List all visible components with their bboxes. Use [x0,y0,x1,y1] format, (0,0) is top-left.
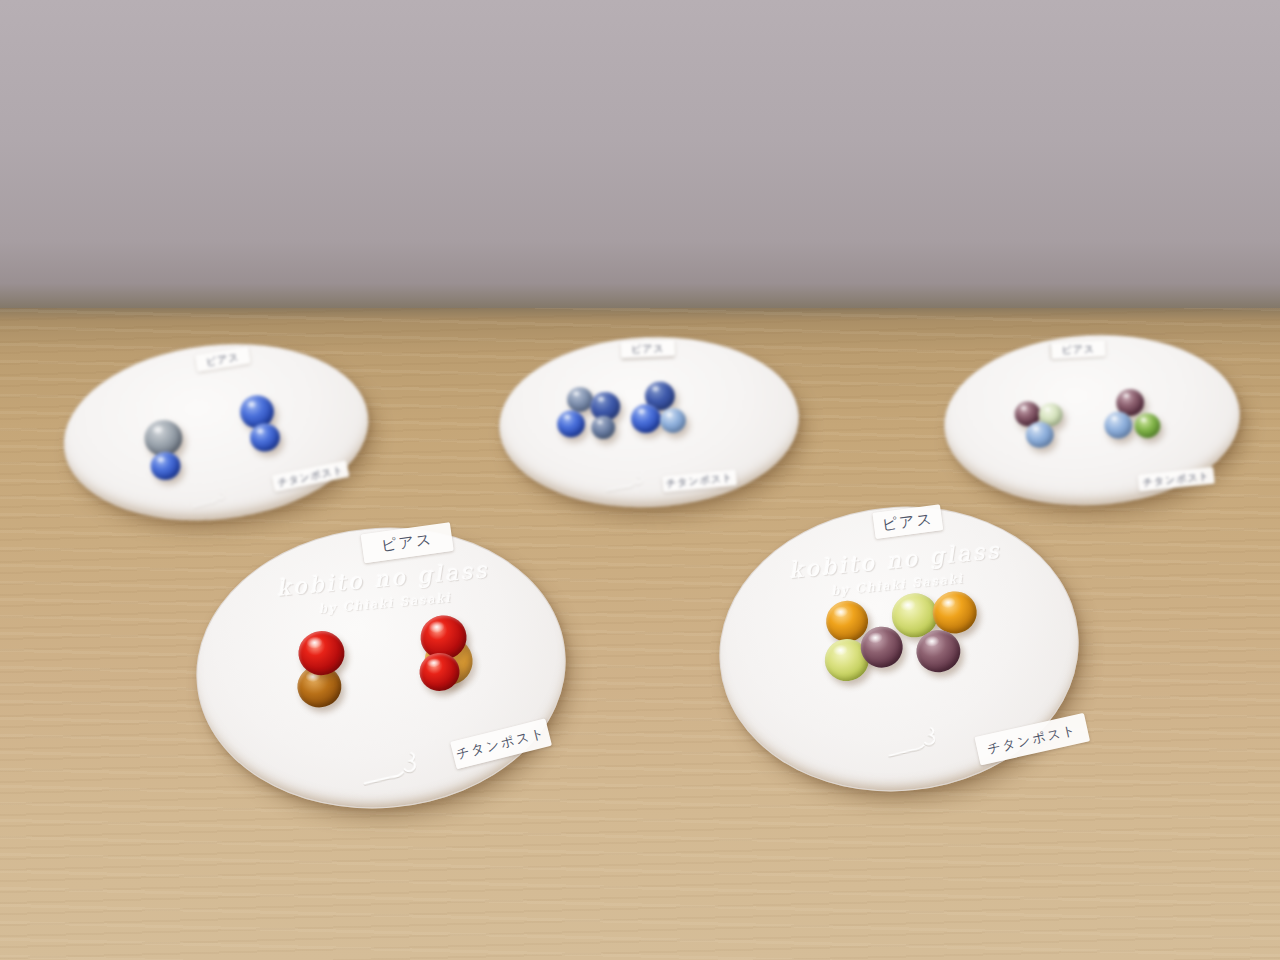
pierce-label: ピアス [872,504,943,539]
titanium-post-label: チタンポスト [662,469,737,492]
pierce-label: ピアス [361,522,454,563]
photo-scene: ピアス チタンポスト ピアス チタンポスト ピアス チタンポスト [0,0,1280,960]
bird-logo-emboss [881,716,955,767]
bird-logo-emboss [188,482,239,512]
pierce-label: ピアス [1051,340,1106,359]
glass-bead-sky-blue [1025,421,1054,448]
glass-bead-blue [630,403,661,433]
glass-bead-gray-blue [566,386,593,412]
glass-bead-sky-blue [659,407,686,433]
glass-bead-green [1134,412,1161,438]
brand-emboss: kobito no glass by Chiaki Sasaki [745,534,1048,607]
glass-bead-sky-blue [1104,411,1133,439]
bird-logo-emboss [356,739,438,798]
glass-bead-blue [556,410,585,438]
pierce-label: ピアス [195,346,251,372]
bird-logo-emboss [602,466,657,496]
wall-background [0,0,1280,308]
glass-bead-slate-blue [591,415,616,439]
pierce-label: ピアス [620,340,675,358]
brand-emboss: kobito no glass by Chiaki Sasaki [243,554,526,622]
glass-bead-blue [149,450,182,481]
glass-bead-amber [931,589,979,635]
